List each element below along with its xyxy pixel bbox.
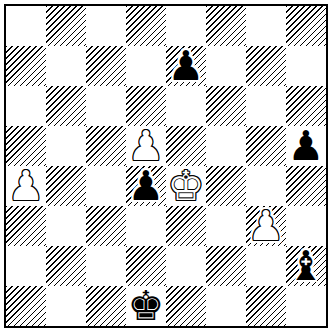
square-e3[interactable]	[166, 206, 206, 246]
square-f5[interactable]	[206, 126, 246, 166]
square-h1[interactable]	[286, 286, 326, 326]
square-b4[interactable]	[46, 166, 86, 206]
white-pawn-g3[interactable]: ♟	[248, 206, 285, 246]
chess-diagram: ♟♟♟♟♟♚♟♝♚	[0, 0, 332, 332]
square-a2[interactable]	[6, 246, 46, 286]
square-g8[interactable]	[246, 6, 286, 46]
square-f3[interactable]	[206, 206, 246, 246]
square-g7[interactable]	[246, 46, 286, 86]
square-a3[interactable]	[6, 206, 46, 246]
square-e7[interactable]: ♟	[166, 46, 206, 86]
board-frame: ♟♟♟♟♟♚♟♝♚	[4, 4, 328, 328]
square-b7[interactable]	[46, 46, 86, 86]
square-e1[interactable]	[166, 286, 206, 326]
square-a6[interactable]	[6, 86, 46, 126]
black-pawn-h5[interactable]: ♟	[288, 126, 325, 166]
square-f8[interactable]	[206, 6, 246, 46]
square-e2[interactable]	[166, 246, 206, 286]
square-d5[interactable]: ♟	[126, 126, 166, 166]
square-c2[interactable]	[86, 246, 126, 286]
square-a7[interactable]	[6, 46, 46, 86]
square-f7[interactable]	[206, 46, 246, 86]
square-c8[interactable]	[86, 6, 126, 46]
square-b6[interactable]	[46, 86, 86, 126]
black-king-d1[interactable]: ♚	[128, 286, 165, 326]
square-g5[interactable]	[246, 126, 286, 166]
square-g1[interactable]	[246, 286, 286, 326]
square-f1[interactable]	[206, 286, 246, 326]
square-c1[interactable]	[86, 286, 126, 326]
black-pawn-d4[interactable]: ♟	[128, 166, 165, 206]
square-d7[interactable]	[126, 46, 166, 86]
square-b5[interactable]	[46, 126, 86, 166]
square-g3[interactable]: ♟	[246, 206, 286, 246]
square-d3[interactable]	[126, 206, 166, 246]
square-h5[interactable]: ♟	[286, 126, 326, 166]
square-d1[interactable]: ♚	[126, 286, 166, 326]
square-g4[interactable]	[246, 166, 286, 206]
square-f6[interactable]	[206, 86, 246, 126]
square-e8[interactable]	[166, 6, 206, 46]
square-e5[interactable]	[166, 126, 206, 166]
square-c6[interactable]	[86, 86, 126, 126]
square-b2[interactable]	[46, 246, 86, 286]
square-g6[interactable]	[246, 86, 286, 126]
square-d6[interactable]	[126, 86, 166, 126]
square-c4[interactable]	[86, 166, 126, 206]
square-b8[interactable]	[46, 6, 86, 46]
square-h7[interactable]	[286, 46, 326, 86]
square-h3[interactable]	[286, 206, 326, 246]
white-pawn-d5[interactable]: ♟	[128, 126, 165, 166]
square-h6[interactable]	[286, 86, 326, 126]
white-king-e4[interactable]: ♚	[168, 166, 205, 206]
square-e4[interactable]: ♚	[166, 166, 206, 206]
square-a1[interactable]	[6, 286, 46, 326]
square-h2[interactable]: ♝	[286, 246, 326, 286]
square-c5[interactable]	[86, 126, 126, 166]
square-d4[interactable]: ♟	[126, 166, 166, 206]
square-e6[interactable]	[166, 86, 206, 126]
square-f2[interactable]	[206, 246, 246, 286]
black-bishop-h2[interactable]: ♝	[288, 246, 325, 286]
square-h4[interactable]	[286, 166, 326, 206]
square-f4[interactable]	[206, 166, 246, 206]
square-g2[interactable]	[246, 246, 286, 286]
square-a5[interactable]	[6, 126, 46, 166]
square-h8[interactable]	[286, 6, 326, 46]
square-a8[interactable]	[6, 6, 46, 46]
square-a4[interactable]: ♟	[6, 166, 46, 206]
square-d8[interactable]	[126, 6, 166, 46]
chess-board: ♟♟♟♟♟♚♟♝♚	[6, 6, 326, 326]
square-b1[interactable]	[46, 286, 86, 326]
square-c3[interactable]	[86, 206, 126, 246]
square-b3[interactable]	[46, 206, 86, 246]
black-pawn-e7[interactable]: ♟	[168, 46, 205, 86]
white-pawn-a4[interactable]: ♟	[8, 166, 45, 206]
square-c7[interactable]	[86, 46, 126, 86]
square-d2[interactable]	[126, 246, 166, 286]
